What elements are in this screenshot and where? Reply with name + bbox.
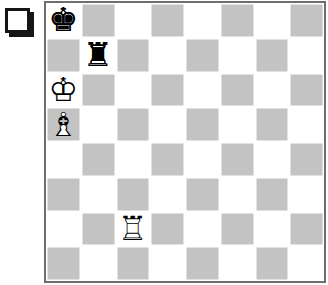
square-f2[interactable] — [220, 212, 255, 247]
square-e1[interactable] — [185, 246, 220, 281]
square-e5[interactable] — [185, 107, 220, 142]
square-e4[interactable] — [185, 142, 220, 177]
square-d8[interactable] — [150, 3, 185, 38]
square-c1[interactable] — [116, 246, 151, 281]
square-c4[interactable] — [116, 142, 151, 177]
black-king-piece: ♚♚ — [46, 3, 81, 38]
square-g6[interactable] — [255, 73, 290, 108]
square-b6[interactable] — [81, 73, 116, 108]
square-f3[interactable] — [220, 177, 255, 212]
square-h1[interactable] — [289, 246, 324, 281]
square-d5[interactable] — [150, 107, 185, 142]
square-a2[interactable] — [46, 212, 81, 247]
square-a5[interactable]: ♝♗ — [46, 107, 81, 142]
square-e6[interactable] — [185, 73, 220, 108]
white-to-move-icon — [5, 8, 30, 33]
square-h3[interactable] — [289, 177, 324, 212]
square-h7[interactable] — [289, 38, 324, 73]
square-h4[interactable] — [289, 142, 324, 177]
white-bishop-piece: ♝♗ — [46, 107, 81, 142]
white-king-piece: ♚♔ — [46, 73, 81, 108]
square-e3[interactable] — [185, 177, 220, 212]
square-e2[interactable] — [185, 212, 220, 247]
square-a3[interactable] — [46, 177, 81, 212]
square-f1[interactable] — [220, 246, 255, 281]
square-e7[interactable] — [185, 38, 220, 73]
black-rook-piece: ♜♜ — [81, 38, 116, 73]
square-f4[interactable] — [220, 142, 255, 177]
chess-board: ♚♚♜♜♚♔♝♗♜♖ — [44, 1, 326, 283]
square-c6[interactable] — [116, 73, 151, 108]
square-g4[interactable] — [255, 142, 290, 177]
square-d4[interactable] — [150, 142, 185, 177]
square-c3[interactable] — [116, 177, 151, 212]
square-g5[interactable] — [255, 107, 290, 142]
square-h5[interactable] — [289, 107, 324, 142]
square-c7[interactable] — [116, 38, 151, 73]
square-a8[interactable]: ♚♚ — [46, 3, 81, 38]
square-d1[interactable] — [150, 246, 185, 281]
square-d2[interactable] — [150, 212, 185, 247]
square-g1[interactable] — [255, 246, 290, 281]
square-b2[interactable] — [81, 212, 116, 247]
square-d3[interactable] — [150, 177, 185, 212]
square-f5[interactable] — [220, 107, 255, 142]
square-g3[interactable] — [255, 177, 290, 212]
square-f6[interactable] — [220, 73, 255, 108]
square-f7[interactable] — [220, 38, 255, 73]
square-c5[interactable] — [116, 107, 151, 142]
square-c2[interactable]: ♜♖ — [116, 212, 151, 247]
square-a7[interactable] — [46, 38, 81, 73]
square-a4[interactable] — [46, 142, 81, 177]
square-b7[interactable]: ♜♜ — [81, 38, 116, 73]
square-g2[interactable] — [255, 212, 290, 247]
square-b4[interactable] — [81, 142, 116, 177]
square-e8[interactable] — [185, 3, 220, 38]
square-b3[interactable] — [81, 177, 116, 212]
square-h8[interactable] — [289, 3, 324, 38]
square-h6[interactable] — [289, 73, 324, 108]
square-c8[interactable] — [116, 3, 151, 38]
chess-diagram-page: ♚♚♜♜♚♔♝♗♜♖ — [0, 0, 328, 285]
square-d7[interactable] — [150, 38, 185, 73]
square-b5[interactable] — [81, 107, 116, 142]
square-b1[interactable] — [81, 246, 116, 281]
square-h2[interactable] — [289, 212, 324, 247]
square-a1[interactable] — [46, 246, 81, 281]
square-d6[interactable] — [150, 73, 185, 108]
white-rook-piece: ♜♖ — [116, 212, 151, 247]
square-f8[interactable] — [220, 3, 255, 38]
square-g8[interactable] — [255, 3, 290, 38]
square-g7[interactable] — [255, 38, 290, 73]
square-a6[interactable]: ♚♔ — [46, 73, 81, 108]
square-b8[interactable] — [81, 3, 116, 38]
